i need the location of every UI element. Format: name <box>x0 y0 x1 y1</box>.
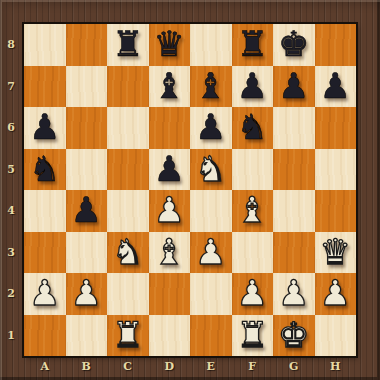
file-labels: ABCDEFGH <box>24 354 356 378</box>
piece-white-knight[interactable]: ♞ <box>195 149 226 191</box>
square-e1[interactable] <box>190 315 232 357</box>
file-label-f: F <box>232 354 274 378</box>
rank-label-7: 7 <box>0 66 22 108</box>
piece-black-pawn[interactable]: ♟ <box>195 107 226 149</box>
square-e8[interactable] <box>190 24 232 66</box>
square-b4[interactable]: ♟ <box>66 190 108 232</box>
rank-label-8: 8 <box>0 24 22 66</box>
piece-white-rook[interactable]: ♜ <box>112 315 143 357</box>
square-b1[interactable] <box>66 315 108 357</box>
file-label-a: A <box>24 354 66 378</box>
file-label-c: C <box>107 354 149 378</box>
square-d4[interactable]: ♟ <box>149 190 191 232</box>
square-f8[interactable]: ♜ <box>232 24 274 66</box>
square-a1[interactable] <box>24 315 66 357</box>
square-d7[interactable]: ♝ <box>149 66 191 108</box>
file-label-e: E <box>190 354 232 378</box>
square-b3[interactable] <box>66 232 108 274</box>
square-c2[interactable] <box>107 273 149 315</box>
piece-black-pawn[interactable]: ♟ <box>278 66 309 108</box>
piece-black-king[interactable]: ♚ <box>278 24 309 66</box>
square-d2[interactable] <box>149 273 191 315</box>
piece-black-pawn[interactable]: ♟ <box>237 66 268 108</box>
square-d8[interactable]: ♛ <box>149 24 191 66</box>
rank-label-4: 4 <box>0 190 22 232</box>
square-e6[interactable]: ♟ <box>190 107 232 149</box>
piece-white-pawn[interactable]: ♟ <box>320 273 351 315</box>
square-e7[interactable]: ♝ <box>190 66 232 108</box>
piece-white-pawn[interactable]: ♟ <box>71 273 102 315</box>
square-d3[interactable]: ♝ <box>149 232 191 274</box>
piece-black-pawn[interactable]: ♟ <box>29 107 60 149</box>
piece-white-rook[interactable]: ♜ <box>237 315 268 357</box>
piece-black-pawn[interactable]: ♟ <box>320 66 351 108</box>
square-g8[interactable]: ♚ <box>273 24 315 66</box>
square-h7[interactable]: ♟ <box>315 66 357 108</box>
square-b5[interactable] <box>66 149 108 191</box>
square-c8[interactable]: ♜ <box>107 24 149 66</box>
piece-black-knight[interactable]: ♞ <box>237 107 268 149</box>
square-f3[interactable] <box>232 232 274 274</box>
square-a5[interactable]: ♞ <box>24 149 66 191</box>
square-h6[interactable] <box>315 107 357 149</box>
file-label-g: G <box>273 354 315 378</box>
rank-label-3: 3 <box>0 232 22 274</box>
rank-label-1: 1 <box>0 315 22 357</box>
piece-white-king[interactable]: ♚ <box>278 315 309 357</box>
square-c7[interactable] <box>107 66 149 108</box>
piece-black-pawn[interactable]: ♟ <box>71 190 102 232</box>
piece-white-pawn[interactable]: ♟ <box>278 273 309 315</box>
square-e2[interactable] <box>190 273 232 315</box>
square-a6[interactable]: ♟ <box>24 107 66 149</box>
square-a8[interactable] <box>24 24 66 66</box>
chess-board: ♜♛♜♚♝♝♟♟♟♟♟♞♞♟♞♟♟♝♞♝♟♛♟♟♟♟♟♜♜♚ <box>24 24 356 356</box>
rank-label-6: 6 <box>0 107 22 149</box>
square-f1[interactable]: ♜ <box>232 315 274 357</box>
square-f6[interactable]: ♞ <box>232 107 274 149</box>
square-h8[interactable] <box>315 24 357 66</box>
square-c4[interactable] <box>107 190 149 232</box>
piece-black-rook[interactable]: ♜ <box>112 24 143 66</box>
square-b6[interactable] <box>66 107 108 149</box>
square-c6[interactable] <box>107 107 149 149</box>
piece-white-pawn[interactable]: ♟ <box>195 232 226 274</box>
square-h3[interactable]: ♛ <box>315 232 357 274</box>
square-f5[interactable] <box>232 149 274 191</box>
square-f7[interactable]: ♟ <box>232 66 274 108</box>
square-a2[interactable]: ♟ <box>24 273 66 315</box>
square-c1[interactable]: ♜ <box>107 315 149 357</box>
piece-white-bishop[interactable]: ♝ <box>154 232 185 274</box>
square-h4[interactable] <box>315 190 357 232</box>
piece-white-pawn[interactable]: ♟ <box>237 273 268 315</box>
piece-white-bishop[interactable]: ♝ <box>237 190 268 232</box>
square-h1[interactable] <box>315 315 357 357</box>
piece-black-bishop[interactable]: ♝ <box>154 66 185 108</box>
piece-black-pawn[interactable]: ♟ <box>154 149 185 191</box>
square-a4[interactable] <box>24 190 66 232</box>
square-a7[interactable] <box>24 66 66 108</box>
square-b2[interactable]: ♟ <box>66 273 108 315</box>
square-c5[interactable] <box>107 149 149 191</box>
piece-black-knight[interactable]: ♞ <box>29 149 60 191</box>
square-h5[interactable] <box>315 149 357 191</box>
piece-white-knight[interactable]: ♞ <box>112 232 143 274</box>
piece-white-pawn[interactable]: ♟ <box>29 273 60 315</box>
file-label-b: B <box>66 354 108 378</box>
square-e5[interactable]: ♞ <box>190 149 232 191</box>
square-d1[interactable] <box>149 315 191 357</box>
chess-board-frame: 87654321 ABCDEFGH ♜♛♜♚♝♝♟♟♟♟♟♞♞♟♞♟♟♝♞♝♟♛… <box>0 0 380 380</box>
square-a3[interactable] <box>24 232 66 274</box>
square-e4[interactable] <box>190 190 232 232</box>
file-label-h: H <box>315 354 357 378</box>
square-g3[interactable] <box>273 232 315 274</box>
square-f2[interactable]: ♟ <box>232 273 274 315</box>
rank-labels: 87654321 <box>0 24 22 356</box>
file-label-d: D <box>149 354 191 378</box>
piece-black-bishop[interactable]: ♝ <box>195 66 226 108</box>
rank-label-5: 5 <box>0 149 22 191</box>
square-d6[interactable] <box>149 107 191 149</box>
piece-white-pawn[interactable]: ♟ <box>154 190 185 232</box>
square-e3[interactable]: ♟ <box>190 232 232 274</box>
square-b8[interactable] <box>66 24 108 66</box>
square-g4[interactable] <box>273 190 315 232</box>
square-c3[interactable]: ♞ <box>107 232 149 274</box>
square-g7[interactable]: ♟ <box>273 66 315 108</box>
square-f4[interactable]: ♝ <box>232 190 274 232</box>
piece-black-rook[interactable]: ♜ <box>237 24 268 66</box>
square-g6[interactable] <box>273 107 315 149</box>
piece-black-queen[interactable]: ♛ <box>154 24 185 66</box>
square-g5[interactable] <box>273 149 315 191</box>
square-d5[interactable]: ♟ <box>149 149 191 191</box>
square-g1[interactable]: ♚ <box>273 315 315 357</box>
square-h2[interactable]: ♟ <box>315 273 357 315</box>
square-b7[interactable] <box>66 66 108 108</box>
square-g2[interactable]: ♟ <box>273 273 315 315</box>
rank-label-2: 2 <box>0 273 22 315</box>
piece-white-queen[interactable]: ♛ <box>320 232 351 274</box>
